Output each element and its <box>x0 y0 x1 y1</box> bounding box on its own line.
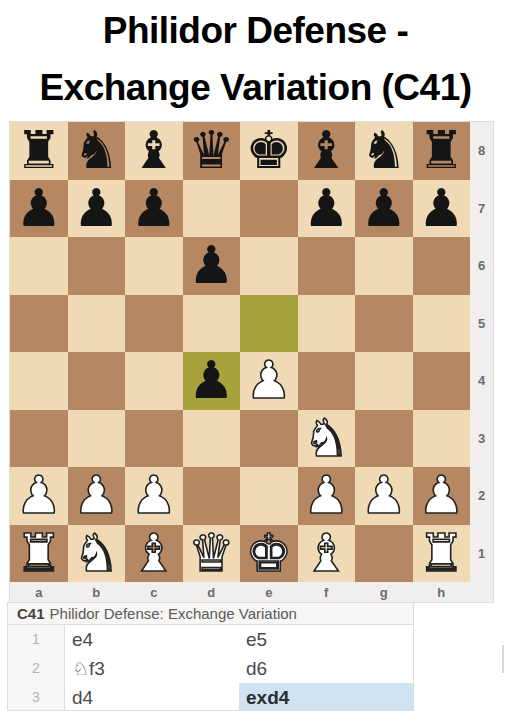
square-b7[interactable]: ♟ <box>68 180 126 238</box>
square-a8[interactable]: ♜ <box>10 122 68 180</box>
black-knight[interactable]: ♞ <box>73 122 120 180</box>
white-pawn[interactable]: ♟ <box>15 467 62 525</box>
move-row-3: 3d4exd4 <box>8 683 413 711</box>
square-d4[interactable]: ♟ <box>183 352 241 410</box>
square-f3[interactable]: ♞ <box>298 410 356 468</box>
rank-label-7: 7 <box>470 180 493 238</box>
black-rook[interactable]: ♜ <box>15 122 62 180</box>
black-move-1[interactable]: e5 <box>239 625 413 654</box>
square-c8[interactable]: ♝ <box>125 122 183 180</box>
white-rook[interactable]: ♜ <box>15 525 62 583</box>
white-move-1[interactable]: e4 <box>65 625 239 654</box>
square-c3[interactable] <box>125 410 183 468</box>
square-d8[interactable]: ♛ <box>183 122 241 180</box>
square-g5[interactable] <box>355 295 413 353</box>
square-g2[interactable]: ♟ <box>355 467 413 525</box>
square-f7[interactable]: ♟ <box>298 180 356 238</box>
scrollbar-sliver[interactable] <box>502 645 504 673</box>
square-f2[interactable]: ♟ <box>298 467 356 525</box>
white-pawn[interactable]: ♟ <box>360 467 407 525</box>
square-g4[interactable] <box>355 352 413 410</box>
square-f6[interactable] <box>298 237 356 295</box>
square-f4[interactable] <box>298 352 356 410</box>
square-d1[interactable]: ♛ <box>183 525 241 583</box>
square-a6[interactable] <box>10 237 68 295</box>
white-knight[interactable]: ♞ <box>73 525 120 583</box>
file-label-e: e <box>240 582 298 602</box>
square-a2[interactable]: ♟ <box>10 467 68 525</box>
square-d5[interactable] <box>183 295 241 353</box>
square-b8[interactable]: ♞ <box>68 122 126 180</box>
move-number-1: 1 <box>8 625 65 654</box>
white-queen[interactable]: ♛ <box>188 525 235 583</box>
white-rook[interactable]: ♜ <box>418 525 465 583</box>
square-e8[interactable]: ♚ <box>240 122 298 180</box>
page-title: Philidor Defense - Exchange Variation (C… <box>0 2 511 116</box>
square-a4[interactable] <box>10 352 68 410</box>
square-h3[interactable] <box>413 410 471 468</box>
square-a3[interactable] <box>10 410 68 468</box>
white-pawn[interactable]: ♟ <box>73 467 120 525</box>
square-e7[interactable] <box>240 180 298 238</box>
rank-label-2: 2 <box>470 467 493 525</box>
square-c1[interactable]: ♝ <box>125 525 183 583</box>
active-black-move-3[interactable]: exd4 <box>239 683 413 711</box>
square-a7[interactable]: ♟ <box>10 180 68 238</box>
file-coordinates: abcdefgh <box>10 582 470 602</box>
black-rook[interactable]: ♜ <box>418 122 465 180</box>
square-d3[interactable] <box>183 410 241 468</box>
square-a5[interactable] <box>10 295 68 353</box>
chess-board-container: ♜♞♝♛♚♝♞♜♟♟♟♟♟♟♟♟♟♞♟♟♟♟♟♟♜♞♝♛♚♝♜ 87654321… <box>10 122 493 602</box>
moves-rows: 1e4e52♘f3d63d4exd4 <box>8 625 413 711</box>
square-b1[interactable]: ♞ <box>68 525 126 583</box>
black-bishop[interactable]: ♝ <box>303 122 350 180</box>
file-label-b: b <box>68 582 126 602</box>
file-label-d: d <box>183 582 241 602</box>
square-h5[interactable] <box>413 295 471 353</box>
square-d6[interactable]: ♟ <box>183 237 241 295</box>
rank-label-6: 6 <box>470 237 493 295</box>
white-pawn[interactable]: ♟ <box>245 352 292 410</box>
square-d7[interactable] <box>183 180 241 238</box>
white-move-3[interactable]: d4 <box>65 683 239 711</box>
square-b4[interactable] <box>68 352 126 410</box>
square-h4[interactable] <box>413 352 471 410</box>
eco-code: C41 <box>17 605 45 622</box>
black-pawn[interactable]: ♟ <box>360 180 407 238</box>
square-c5[interactable] <box>125 295 183 353</box>
black-queen[interactable]: ♛ <box>188 122 235 180</box>
square-e4[interactable]: ♟ <box>240 352 298 410</box>
white-pawn[interactable]: ♟ <box>303 467 350 525</box>
square-c6[interactable] <box>125 237 183 295</box>
white-knight[interactable]: ♞ <box>303 410 350 468</box>
square-h6[interactable] <box>413 237 471 295</box>
file-label-g: g <box>355 582 413 602</box>
move-row-2: 2♘f3d6 <box>8 654 413 683</box>
white-bishop[interactable]: ♝ <box>303 525 350 583</box>
black-move-2[interactable]: d6 <box>239 654 413 683</box>
move-row-1: 1e4e5 <box>8 625 413 654</box>
black-king[interactable]: ♚ <box>245 122 292 180</box>
square-f1[interactable]: ♝ <box>298 525 356 583</box>
file-label-c: c <box>125 582 183 602</box>
white-move-2[interactable]: ♘f3 <box>65 654 239 683</box>
square-h8[interactable]: ♜ <box>413 122 471 180</box>
black-pawn[interactable]: ♟ <box>130 180 177 238</box>
file-label-h: h <box>413 582 471 602</box>
black-bishop[interactable]: ♝ <box>130 122 177 180</box>
square-e2[interactable] <box>240 467 298 525</box>
white-king[interactable]: ♚ <box>245 525 292 583</box>
opening-name: Philidor Defense: Exchange Variation <box>50 605 297 622</box>
chess-board: ♜♞♝♛♚♝♞♜♟♟♟♟♟♟♟♟♟♞♟♟♟♟♟♟♜♞♝♛♚♝♜ <box>10 122 470 582</box>
square-c4[interactable] <box>125 352 183 410</box>
black-knight[interactable]: ♞ <box>360 122 407 180</box>
square-h7[interactable]: ♟ <box>413 180 471 238</box>
opening-header: C41Philidor Defense: Exchange Variation <box>8 603 413 625</box>
square-g8[interactable]: ♞ <box>355 122 413 180</box>
square-g6[interactable] <box>355 237 413 295</box>
rank-label-5: 5 <box>470 295 493 353</box>
square-f8[interactable]: ♝ <box>298 122 356 180</box>
black-pawn[interactable]: ♟ <box>15 180 62 238</box>
square-c2[interactable]: ♟ <box>125 467 183 525</box>
square-b3[interactable] <box>68 410 126 468</box>
square-a1[interactable]: ♜ <box>10 525 68 583</box>
white-bishop[interactable]: ♝ <box>130 525 177 583</box>
square-e6[interactable] <box>240 237 298 295</box>
rank-label-1: 1 <box>470 525 493 583</box>
square-d2[interactable] <box>183 467 241 525</box>
black-pawn[interactable]: ♟ <box>418 180 465 238</box>
black-pawn[interactable]: ♟ <box>188 352 235 410</box>
square-e5[interactable] <box>240 295 298 353</box>
square-g1[interactable] <box>355 525 413 583</box>
black-pawn[interactable]: ♟ <box>303 180 350 238</box>
move-number-3: 3 <box>8 683 65 711</box>
square-h2[interactable]: ♟ <box>413 467 471 525</box>
rank-label-3: 3 <box>470 410 493 468</box>
rank-label-8: 8 <box>470 122 493 180</box>
file-label-a: a <box>10 582 68 602</box>
square-g7[interactable]: ♟ <box>355 180 413 238</box>
move-number-2: 2 <box>8 654 65 683</box>
black-pawn[interactable]: ♟ <box>188 237 235 295</box>
moves-panel: C41Philidor Defense: Exchange Variation … <box>7 602 414 711</box>
square-e1[interactable]: ♚ <box>240 525 298 583</box>
white-pawn[interactable]: ♟ <box>418 467 465 525</box>
white-pawn[interactable]: ♟ <box>130 467 177 525</box>
page-title-line1: Philidor Defense - <box>0 2 511 59</box>
file-label-f: f <box>298 582 356 602</box>
square-g3[interactable] <box>355 410 413 468</box>
rank-coordinates: 87654321 <box>470 122 493 602</box>
rank-label-4: 4 <box>470 352 493 410</box>
square-h1[interactable]: ♜ <box>413 525 471 583</box>
square-f5[interactable] <box>298 295 356 353</box>
page: Philidor Defense - Exchange Variation (C… <box>0 0 511 711</box>
square-b6[interactable] <box>68 237 126 295</box>
page-title-line2: Exchange Variation (C41) <box>0 59 511 116</box>
black-pawn[interactable]: ♟ <box>73 180 120 238</box>
square-c7[interactable]: ♟ <box>125 180 183 238</box>
square-b2[interactable]: ♟ <box>68 467 126 525</box>
square-e3[interactable] <box>240 410 298 468</box>
square-b5[interactable] <box>68 295 126 353</box>
